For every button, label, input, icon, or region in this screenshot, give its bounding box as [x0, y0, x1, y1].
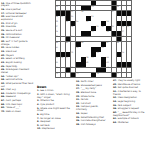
cell-number: 50 [76, 47, 78, 49]
grid-cell-r8c7[interactable]: 41 [86, 37, 91, 42]
grid-cell-r9c12[interactable] [112, 42, 117, 47]
grid-cell-r7c9[interactable] [96, 31, 101, 36]
grid-cell-r2c8[interactable]: 13 [91, 6, 96, 11]
grid-cell-r8c15[interactable] [127, 37, 132, 42]
grid-cell-r6c12[interactable]: 31 [112, 26, 117, 31]
cell-number: 58 [86, 57, 88, 59]
grid-cell-r9c13[interactable]: 48 [117, 42, 122, 47]
grid-cell-r1c10[interactable]: 7 [101, 1, 106, 6]
down-clue-list-col1: Down 1. See 1 Chron.2. With 1-Down, "Sha… [37, 85, 73, 132]
grid-cell-r1c2[interactable]: 2 [61, 1, 66, 6]
grid-cell-r5c11[interactable]: 26 [106, 21, 111, 26]
grid-cell-r1c4[interactable]: 4 [71, 1, 76, 6]
grid-cell-r13c8[interactable] [91, 62, 96, 67]
grid-cell-r15c11[interactable] [106, 73, 111, 78]
cell-number: 16 [81, 11, 83, 13]
grid-cell-r11c13 [117, 52, 122, 57]
cell-number: 51 [102, 47, 104, 49]
grid-cell-r9c3[interactable]: 45 [66, 42, 71, 47]
grid-cell-r3c10[interactable] [101, 11, 106, 16]
cell-number: 61 [56, 62, 58, 64]
grid-cell-r11c12[interactable] [112, 52, 117, 57]
grid-cell-r13c2[interactable] [61, 62, 66, 67]
grid-cell-r3c13 [117, 11, 122, 16]
grid-cell-r5c3[interactable]: 23 [66, 21, 71, 26]
cell-number: 73 [76, 73, 78, 75]
grid-cell-r3c12[interactable]: 17 [112, 11, 117, 16]
cell-number: 6 [96, 0, 97, 2]
down-clue-list-col2: 24. North Amer.25. Stonewashed jeans27. … [76, 81, 110, 127]
cell-number: 69 [117, 67, 119, 69]
grid-cell-r12c3[interactable]: 57 [66, 57, 71, 62]
grid-cell-r4c8[interactable]: 21 [91, 16, 96, 21]
grid-cell-r9c9[interactable] [96, 42, 101, 47]
grid-cell-r8c8[interactable] [91, 37, 96, 42]
cell-number: 17 [112, 11, 114, 13]
grid-cell-r14c2[interactable] [61, 68, 66, 73]
grid-cell-r6c6[interactable] [81, 26, 86, 31]
cell-number: 18 [56, 16, 58, 18]
grid-cell-r15c15[interactable] [127, 73, 132, 78]
cell-number: 62 [86, 62, 88, 64]
grid-cell-r12c6 [81, 57, 86, 62]
cell-number: 27 [56, 26, 58, 28]
cell-number: 13 [91, 6, 93, 8]
grid-cell-r3c6[interactable]: 16 [81, 11, 86, 16]
grid-cell-r4c2[interactable]: 19 [61, 16, 66, 21]
grid-cell-r7c2[interactable] [61, 31, 66, 36]
grid-cell-r7c10[interactable] [101, 31, 106, 36]
grid-cell-r14c12[interactable] [112, 68, 117, 73]
cell-number: 43 [122, 36, 124, 38]
grid-cell-r6c2[interactable] [61, 26, 66, 31]
cell-number: 49 [56, 47, 58, 49]
grid-cell-r14c10 [101, 68, 106, 73]
cell-number: 42 [112, 36, 114, 38]
grid-cell-r15c14[interactable] [122, 73, 127, 78]
grid-cell-r10c11[interactable] [106, 47, 111, 52]
clue-item: 38. Irish folkways [76, 124, 110, 127]
cell-number: 35 [91, 31, 93, 33]
grid-cell-r9c14[interactable] [122, 42, 127, 47]
grid-cell-r8c10[interactable] [101, 37, 106, 42]
cell-number: 34 [56, 31, 58, 33]
grid-cell-r2c10[interactable] [101, 6, 106, 11]
cell-number: 70 [122, 67, 124, 69]
clue-item: 46. Nicaraguan President Daniel [1, 69, 35, 75]
grid-cell-r1c7[interactable] [86, 1, 91, 6]
grid-cell-r10c10[interactable]: 51 [101, 47, 106, 52]
cell-number: 21 [91, 16, 93, 18]
grid-cell-r10c8 [91, 47, 96, 52]
grid-cell-r8c4[interactable]: 39 [71, 37, 76, 42]
grid-cell-r8c14[interactable]: 43 [122, 37, 127, 42]
grid-cell-r14c8[interactable] [91, 68, 96, 73]
cell-number: 63 [107, 62, 109, 64]
grid-cell-r1c15[interactable]: 11 [127, 1, 132, 6]
cell-number: 74 [96, 73, 98, 75]
cell-number: 19 [61, 16, 63, 18]
grid-cell-r4c9[interactable] [96, 16, 101, 21]
grid-cell-r2c5[interactable] [76, 6, 81, 11]
grid-cell-r7c13 [117, 31, 122, 36]
grid-cell-r10c6[interactable] [81, 47, 86, 52]
cell-number: 75 [117, 73, 119, 75]
cell-number: 59 [91, 57, 93, 59]
grid-cell-r8c12[interactable]: 42 [112, 37, 117, 42]
grid-cell-r14c6[interactable]: 67 [81, 68, 86, 73]
grid-cell-r2c7 [86, 6, 91, 11]
cell-number: 8 [107, 0, 108, 2]
cell-number: 47 [107, 42, 109, 44]
grid-cell-r12c5[interactable] [76, 57, 81, 62]
grid-cell-r2c9[interactable] [96, 6, 101, 11]
cell-number: 39 [71, 36, 73, 38]
grid-cell-r10c13[interactable] [117, 47, 122, 52]
cell-number: 71 [127, 67, 129, 69]
cell-number: 40 [81, 36, 83, 38]
cell-number: 45 [66, 42, 68, 44]
grid-cell-r6c4[interactable]: 28 [71, 26, 76, 31]
grid-cell-r9c2[interactable] [61, 42, 66, 47]
grid-cell-r10c15[interactable] [127, 47, 132, 52]
cell-number: 65 [71, 67, 73, 69]
grid-cell-r4c10[interactable] [101, 16, 106, 21]
cell-number: 7 [102, 0, 103, 2]
cell-number: 30 [102, 26, 104, 28]
cell-number: 46 [81, 42, 83, 44]
cell-number: 25 [86, 21, 88, 23]
grid-cell-r1c5[interactable]: 5 [76, 1, 81, 6]
cell-number: 52 [71, 52, 73, 54]
grid-cell-r12c12[interactable] [112, 57, 117, 62]
grid-cell-r1c6[interactable] [81, 1, 86, 6]
grid-cell-r4c15[interactable] [127, 16, 132, 21]
grid-cell-r15c1[interactable]: 72 [56, 73, 61, 78]
grid-cell-r8c9[interactable] [96, 37, 101, 42]
grid-cell-r15c13[interactable]: 75 [117, 73, 122, 78]
cell-number: 67 [81, 67, 83, 69]
grid-cell-r11c9[interactable]: 53 [96, 52, 101, 57]
grid-cell-r15c3[interactable] [66, 73, 71, 78]
clue-item: 10. Diaphanous [37, 128, 73, 131]
grid-cell-r13c9[interactable] [96, 62, 101, 67]
grid-cell-r7c15[interactable] [127, 31, 132, 36]
grid-cell-r5c6[interactable] [81, 21, 86, 26]
grid-cell-r8c2[interactable] [61, 37, 66, 42]
cell-number: 53 [96, 52, 98, 54]
grid-cell-r6c9[interactable]: 29 [96, 26, 101, 31]
grid-cell-r12c2[interactable]: 56 [61, 57, 66, 62]
grid-cell-r6c7[interactable] [86, 26, 91, 31]
grid-cell-r7c3[interactable] [66, 31, 71, 36]
grid-cell-r11c4[interactable]: 52 [71, 52, 76, 57]
grid-cell-r14c11[interactable]: 68 [106, 68, 111, 73]
cell-number: 55 [56, 57, 58, 59]
grid-cell-r3c15 [127, 11, 132, 16]
cell-number: 24 [76, 21, 78, 23]
cell-number: 41 [86, 36, 88, 38]
grid-cell-r9c11[interactable]: 47 [106, 42, 111, 47]
grid-cell-r15c7[interactable] [86, 73, 91, 78]
grid-cell-r9c4[interactable] [71, 42, 76, 47]
grid-cell-r12c15[interactable] [127, 57, 132, 62]
grid-cell-r1c3[interactable]: 3 [66, 1, 71, 6]
grid-cell-r1c11[interactable]: 8 [106, 1, 111, 6]
grid-cell-r10c2[interactable] [61, 47, 66, 52]
grid-cell-r15c6[interactable] [81, 73, 86, 78]
grid-cell-r3c3 [66, 11, 71, 16]
grid-cell-r3c5[interactable] [76, 11, 81, 16]
cell-number: 38 [56, 36, 58, 38]
grid-cell-r1c14[interactable]: 10 [122, 1, 127, 6]
grid-cell-r6c10[interactable]: 30 [101, 26, 106, 31]
grid-cell-r4c14[interactable] [122, 16, 127, 21]
cell-number: 10 [122, 0, 124, 2]
cell-number: 56 [61, 57, 63, 59]
cell-number: 36 [107, 31, 109, 33]
grid-cell-r5c5[interactable]: 24 [76, 21, 81, 26]
grid-cell-r12c8[interactable]: 59 [91, 57, 96, 62]
grid-cell-r12c4[interactable] [71, 57, 76, 62]
grid-cell-r6c5[interactable] [76, 26, 81, 31]
grid-cell-r15c5[interactable]: 73 [76, 73, 81, 78]
grid-cell-r15c10[interactable] [101, 73, 106, 78]
cell-number: 3 [66, 0, 67, 2]
grid-cell-r7c8[interactable]: 35 [91, 31, 96, 36]
grid-cell-r11c14[interactable]: 54 [122, 52, 127, 57]
cell-number: 28 [71, 26, 73, 28]
clue-item: 70. Walk on down [1, 111, 35, 114]
grid-cell-r2c15[interactable] [127, 6, 132, 11]
grid-cell-r7c5[interactable] [76, 31, 81, 36]
grid-cell-r5c7[interactable]: 25 [86, 21, 91, 26]
grid-cell-r9c7[interactable] [86, 42, 91, 47]
grid-cell-r6c3[interactable] [66, 26, 71, 31]
cell-number: 23 [66, 21, 68, 23]
cell-number: 57 [66, 57, 68, 59]
cell-number: 12 [56, 6, 58, 8]
grid-cell-r5c8[interactable] [91, 21, 96, 26]
cell-number: 20 [71, 16, 73, 18]
grid-cell-r13c10 [101, 62, 106, 67]
grid-cell-r4c6[interactable] [81, 16, 86, 21]
grid-cell-r9c6[interactable]: 46 [81, 42, 86, 47]
grid-cell-r14c14[interactable]: 70 [122, 68, 127, 73]
grid-cell-r5c13 [117, 21, 122, 26]
grid-cell-r3c11[interactable] [106, 11, 111, 16]
grid-cell-r3c7[interactable] [86, 11, 91, 16]
cell-number: 60 [107, 57, 109, 59]
grid-cell-r1c12 [112, 1, 117, 6]
grid-cell-r4c12[interactable] [112, 16, 117, 21]
grid-cell-r2c11[interactable] [106, 6, 111, 11]
grid-cell-r12c14[interactable] [122, 57, 127, 62]
grid-cell-r6c15[interactable]: 33 [127, 26, 132, 31]
cell-number: 22 [56, 21, 58, 23]
grid-cell-r5c2[interactable] [61, 21, 66, 26]
cell-number: 48 [117, 42, 119, 44]
grid-cell-r13c3[interactable] [66, 62, 71, 67]
cell-number: 29 [96, 26, 98, 28]
grid-cell-r15c8 [91, 73, 96, 78]
grid-cell-r12c13[interactable] [117, 57, 122, 62]
cell-number: 1 [56, 0, 57, 2]
grid-cell-r15c12 [112, 73, 117, 78]
cell-number: 72 [56, 73, 58, 75]
cell-number: 68 [107, 67, 109, 69]
grid-cell-r4c4[interactable]: 20 [71, 16, 76, 21]
grid-cell-r3c9[interactable] [96, 11, 101, 16]
cell-number: 33 [127, 26, 129, 28]
grid-cell-r10c1[interactable]: 49 [56, 47, 61, 52]
cell-number: 15 [71, 11, 73, 13]
cell-number: 26 [107, 21, 109, 23]
grid-cell-r2c2[interactable] [61, 6, 66, 11]
down-clue-list-col3: 47. They're usually right49. Mandlikova … [113, 80, 149, 126]
clue-item: 63. Obstacles [113, 122, 149, 125]
grid-cell-r4c13[interactable] [117, 16, 122, 21]
grid-cell-r12c10 [101, 57, 106, 62]
grid-cell-r9c15[interactable] [127, 42, 132, 47]
grid-cell-r8c5[interactable] [76, 37, 81, 42]
cell-number: 66 [76, 67, 78, 69]
cell-number: 64 [56, 67, 58, 69]
grid-cell-r15c4 [71, 73, 76, 78]
cell-number: 44 [56, 42, 58, 44]
grid-cell-r13c7[interactable]: 62 [86, 62, 91, 67]
grid-cell-r10c5[interactable]: 50 [76, 47, 81, 52]
grid-cell-r7c11[interactable]: 36 [106, 31, 111, 36]
grid-cell-r6c13[interactable] [117, 26, 122, 31]
cell-number: 54 [122, 52, 124, 54]
clue-item: 20. Exercise amidst explosions [1, 16, 35, 22]
grid-cell-r2c1[interactable]: 12 [56, 6, 61, 11]
grid-cell-r11c6[interactable] [81, 52, 86, 57]
grid-cell-r11c15[interactable] [127, 52, 132, 57]
cell-number: 14 [117, 6, 119, 8]
grid-cell-r9c8[interactable] [91, 42, 96, 47]
across-clue-list: 13. Estate identifier14. One of three Qu… [1, 0, 35, 115]
cell-number: 11 [127, 0, 129, 2]
grid-cell-r2c14[interactable] [122, 6, 127, 11]
grid-cell-r10c12[interactable] [112, 47, 117, 52]
crossword-grid[interactable]: 1234567891011121314151617181920212223242… [55, 0, 132, 78]
grid-cell-r14c4[interactable]: 65 [71, 68, 76, 73]
grid-cell-r10c3[interactable] [66, 47, 71, 52]
cell-number: 31 [112, 26, 114, 28]
cell-number: 32 [122, 26, 124, 28]
grid-cell-r12c9[interactable] [96, 57, 101, 62]
cell-number: 5 [76, 0, 77, 2]
cell-number: 9 [117, 0, 118, 2]
cell-number: 2 [61, 0, 62, 2]
grid-cell-r14c7[interactable] [86, 68, 91, 73]
grid-cell-r1c9[interactable]: 6 [96, 1, 101, 6]
grid-cell-r3c14 [122, 11, 127, 16]
grid-cell-r2c13[interactable]: 14 [117, 6, 122, 11]
grid-cell-r13c12[interactable] [112, 62, 117, 67]
grid-cell-r11c5[interactable] [76, 52, 81, 57]
grid-cell-r14c15[interactable]: 71 [127, 68, 132, 73]
grid-cell-r15c9[interactable]: 74 [96, 73, 101, 78]
cell-number: 37 [122, 31, 124, 33]
grid-cell-r11c10[interactable] [101, 52, 106, 57]
grid-cell-r10c7[interactable] [86, 47, 91, 52]
grid-cell-r15c2[interactable] [61, 73, 66, 78]
grid-cell-r14c3 [66, 68, 71, 73]
grid-cell-r2c3[interactable] [66, 6, 71, 11]
cell-number: 4 [71, 0, 72, 2]
